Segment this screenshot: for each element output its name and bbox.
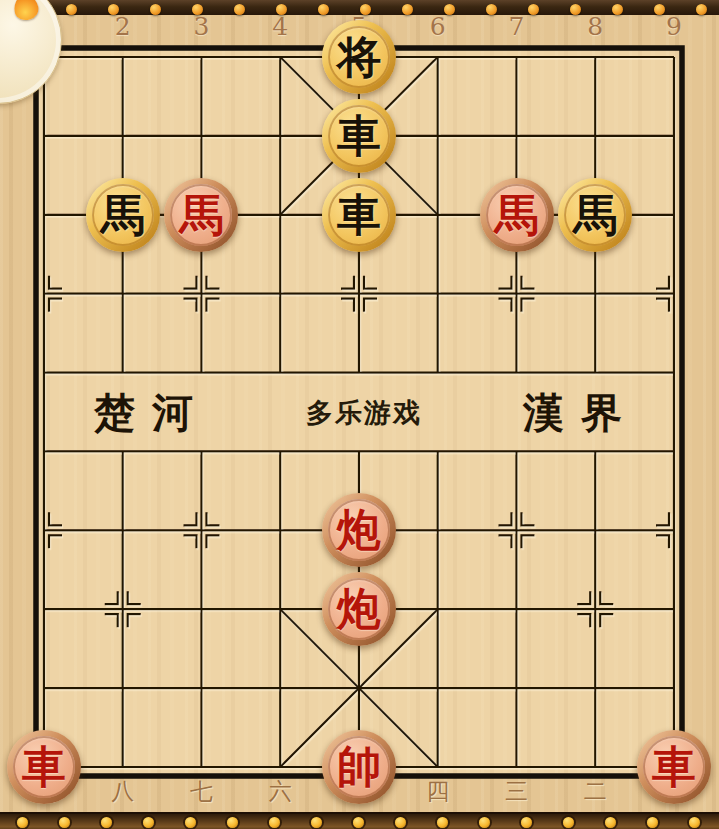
frame-stud: [353, 817, 364, 828]
frame-stud: [395, 817, 406, 828]
frame-stud: [192, 4, 203, 15]
frame-stud: [269, 817, 280, 828]
frame-stud: [402, 4, 413, 15]
piece-red-cannon[interactable]: 炮: [322, 572, 396, 646]
piece-character: 馬: [179, 193, 223, 237]
piece-character: 車: [652, 745, 696, 789]
piece-character: 将: [337, 35, 381, 79]
piece-character: 馬: [573, 193, 617, 237]
piece-red-general[interactable]: 帥: [322, 730, 396, 804]
piece-red-chariot[interactable]: 車: [637, 730, 711, 804]
piece-red-chariot[interactable]: 車: [7, 730, 81, 804]
piece-face: 馬: [486, 184, 548, 246]
piece-face: 車: [643, 736, 705, 798]
frame-stud: [17, 817, 28, 828]
piece-character: 炮: [337, 508, 381, 552]
frame-stud: [108, 4, 119, 15]
piece-red-horse[interactable]: 馬: [480, 178, 554, 252]
xiangqi-game-screen: 123456789 九八七六五四三二一 楚河 多乐游戏 漢界 将車馬馬車馬馬炮炮…: [0, 0, 719, 829]
piece-face: 帥: [328, 736, 390, 798]
piece-face: 炮: [328, 499, 390, 561]
frame-stud: [563, 817, 574, 828]
piece-black-chariot[interactable]: 車: [322, 99, 396, 173]
piece-character: 炮: [337, 587, 381, 631]
piece-character: 帥: [337, 745, 381, 789]
frame-stud: [150, 4, 161, 15]
frame-stud: [234, 4, 245, 15]
piece-black-chariot[interactable]: 車: [322, 178, 396, 252]
frame-stud: [528, 4, 539, 15]
piece-character: 馬: [101, 193, 145, 237]
frame-stud: [612, 4, 623, 15]
frame-stud: [479, 817, 490, 828]
top-frame-bar: [0, 0, 719, 15]
frame-stud: [311, 817, 322, 828]
bottom-frame-bar: [0, 812, 719, 829]
frame-stud: [486, 4, 497, 15]
frame-stud: [605, 817, 616, 828]
piece-character: 馬: [495, 193, 539, 237]
frame-stud: [696, 4, 707, 15]
piece-red-cannon[interactable]: 炮: [322, 493, 396, 567]
piece-black-general[interactable]: 将: [322, 20, 396, 94]
frame-stud: [318, 4, 329, 15]
frame-stud: [689, 817, 700, 828]
frame-stud: [185, 817, 196, 828]
frame-stud: [360, 4, 371, 15]
frame-stud: [444, 4, 455, 15]
piece-face: 車: [13, 736, 75, 798]
piece-character: 車: [337, 193, 381, 237]
frame-stud: [437, 817, 448, 828]
frame-stud: [143, 817, 154, 828]
frame-stud: [570, 4, 581, 15]
frame-stud: [654, 4, 665, 15]
piece-black-horse[interactable]: 馬: [558, 178, 632, 252]
frame-stud: [59, 817, 70, 828]
piece-face: 馬: [564, 184, 626, 246]
piece-face: 炮: [328, 578, 390, 640]
piece-black-horse[interactable]: 馬: [86, 178, 160, 252]
piece-character: 車: [22, 745, 66, 789]
frame-stud: [521, 817, 532, 828]
piece-face: 将: [328, 26, 390, 88]
frame-stud: [66, 4, 77, 15]
frame-stud: [101, 817, 112, 828]
piece-red-horse[interactable]: 馬: [164, 178, 238, 252]
pieces-layer: 将車馬馬車馬馬炮炮車帥車: [5, 18, 714, 807]
piece-face: 馬: [92, 184, 154, 246]
piece-face: 車: [328, 105, 390, 167]
piece-character: 車: [337, 114, 381, 158]
piece-face: 車: [328, 184, 390, 246]
frame-stud: [227, 817, 238, 828]
piece-face: 馬: [170, 184, 232, 246]
frame-stud: [276, 4, 287, 15]
frame-stud: [647, 817, 658, 828]
